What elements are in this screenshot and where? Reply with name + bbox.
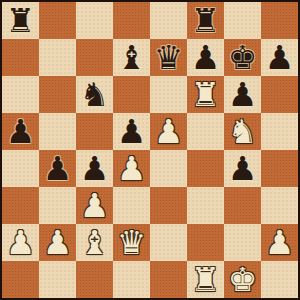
- piece-black-pawn[interactable]: ♟: [228, 76, 258, 113]
- square-c7[interactable]: [76, 39, 113, 76]
- square-a8[interactable]: ♜: [2, 2, 39, 39]
- square-d2[interactable]: ♛: [113, 224, 150, 261]
- square-e8[interactable]: [150, 2, 187, 39]
- square-g4[interactable]: ♟: [224, 150, 261, 187]
- piece-black-pawn[interactable]: ♟: [228, 150, 258, 187]
- square-a3[interactable]: [2, 187, 39, 224]
- square-b8[interactable]: [39, 2, 76, 39]
- square-f7[interactable]: ♟: [187, 39, 224, 76]
- square-f6[interactable]: ♜: [187, 76, 224, 113]
- piece-white-rook[interactable]: ♜: [191, 76, 221, 113]
- square-f2[interactable]: [187, 224, 224, 261]
- square-f4[interactable]: [187, 150, 224, 187]
- piece-white-pawn[interactable]: ♟: [6, 224, 36, 261]
- piece-white-king[interactable]: ♚: [228, 261, 258, 298]
- square-b5[interactable]: [39, 113, 76, 150]
- square-d6[interactable]: [113, 76, 150, 113]
- piece-black-pawn[interactable]: ♟: [191, 39, 221, 76]
- square-d7[interactable]: ♝: [113, 39, 150, 76]
- square-a7[interactable]: [2, 39, 39, 76]
- square-c3[interactable]: ♟: [76, 187, 113, 224]
- square-d3[interactable]: [113, 187, 150, 224]
- square-a6[interactable]: [2, 76, 39, 113]
- square-f3[interactable]: [187, 187, 224, 224]
- square-e1[interactable]: [150, 261, 187, 298]
- square-b4[interactable]: ♟: [39, 150, 76, 187]
- square-h4[interactable]: [261, 150, 298, 187]
- piece-white-queen[interactable]: ♛: [117, 224, 147, 261]
- square-c4[interactable]: ♟: [76, 150, 113, 187]
- square-f8[interactable]: ♜: [187, 2, 224, 39]
- square-g2[interactable]: [224, 224, 261, 261]
- square-c5[interactable]: [76, 113, 113, 150]
- square-c1[interactable]: [76, 261, 113, 298]
- piece-black-pawn[interactable]: ♟: [117, 113, 147, 150]
- square-h2[interactable]: ♟: [261, 224, 298, 261]
- square-b2[interactable]: ♟: [39, 224, 76, 261]
- square-h5[interactable]: [261, 113, 298, 150]
- piece-black-pawn[interactable]: ♟: [43, 150, 73, 187]
- square-e2[interactable]: [150, 224, 187, 261]
- square-g1[interactable]: ♚: [224, 261, 261, 298]
- square-c6[interactable]: ♞: [76, 76, 113, 113]
- piece-white-pawn[interactable]: ♟: [117, 150, 147, 187]
- square-h8[interactable]: [261, 2, 298, 39]
- piece-white-pawn[interactable]: ♟: [265, 224, 295, 261]
- square-d1[interactable]: [113, 261, 150, 298]
- piece-white-knight[interactable]: ♞: [228, 113, 258, 150]
- piece-black-bishop[interactable]: ♝: [117, 39, 147, 76]
- square-b6[interactable]: [39, 76, 76, 113]
- square-b1[interactable]: [39, 261, 76, 298]
- piece-white-rook[interactable]: ♜: [191, 261, 221, 298]
- square-c8[interactable]: [76, 2, 113, 39]
- square-d4[interactable]: ♟: [113, 150, 150, 187]
- piece-black-pawn[interactable]: ♟: [6, 113, 36, 150]
- piece-black-rook[interactable]: ♜: [6, 2, 36, 39]
- piece-white-bishop[interactable]: ♝: [80, 224, 110, 261]
- square-h3[interactable]: [261, 187, 298, 224]
- piece-white-pawn[interactable]: ♟: [154, 113, 184, 150]
- square-f5[interactable]: [187, 113, 224, 150]
- square-e5[interactable]: ♟: [150, 113, 187, 150]
- square-f1[interactable]: ♜: [187, 261, 224, 298]
- square-b7[interactable]: [39, 39, 76, 76]
- square-g8[interactable]: [224, 2, 261, 39]
- square-h6[interactable]: [261, 76, 298, 113]
- piece-black-pawn[interactable]: ♟: [80, 150, 110, 187]
- square-g5[interactable]: ♞: [224, 113, 261, 150]
- piece-black-rook[interactable]: ♜: [191, 2, 221, 39]
- piece-black-queen[interactable]: ♛: [154, 39, 184, 76]
- square-e6[interactable]: [150, 76, 187, 113]
- square-d8[interactable]: [113, 2, 150, 39]
- square-g3[interactable]: [224, 187, 261, 224]
- square-a4[interactable]: [2, 150, 39, 187]
- square-a1[interactable]: [2, 261, 39, 298]
- square-h7[interactable]: ♟: [261, 39, 298, 76]
- square-e7[interactable]: ♛: [150, 39, 187, 76]
- square-h1[interactable]: [261, 261, 298, 298]
- piece-white-pawn[interactable]: ♟: [43, 224, 73, 261]
- square-g7[interactable]: ♚: [224, 39, 261, 76]
- square-d5[interactable]: ♟: [113, 113, 150, 150]
- piece-black-pawn[interactable]: ♟: [265, 39, 295, 76]
- square-a5[interactable]: ♟: [2, 113, 39, 150]
- piece-white-pawn[interactable]: ♟: [80, 187, 110, 224]
- piece-black-king[interactable]: ♚: [228, 39, 258, 76]
- square-b3[interactable]: [39, 187, 76, 224]
- square-e3[interactable]: [150, 187, 187, 224]
- square-e4[interactable]: [150, 150, 187, 187]
- square-c2[interactable]: ♝: [76, 224, 113, 261]
- piece-black-knight[interactable]: ♞: [80, 76, 110, 113]
- square-a2[interactable]: ♟: [2, 224, 39, 261]
- square-g6[interactable]: ♟: [224, 76, 261, 113]
- chessboard: ♜♜♝♛♟♚♟♞♜♟♟♟♟♞♟♟♟♟♟♟♟♝♛♟♜♚: [0, 0, 300, 300]
